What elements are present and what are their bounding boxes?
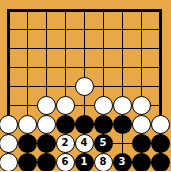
black-stone[interactable] — [151, 153, 170, 172]
white-stone[interactable] — [0, 115, 18, 134]
intersection-r4-c9[interactable] — [151, 58, 170, 77]
intersection-r8-c6[interactable]: 5 — [94, 134, 113, 153]
intersection-r1-c4[interactable] — [56, 1, 75, 20]
intersection-r9-c6[interactable]: 8 — [94, 153, 113, 172]
intersection-r9-c2[interactable] — [18, 153, 37, 172]
intersection-r5-c1[interactable] — [0, 77, 18, 96]
intersection-r7-c6[interactable] — [94, 115, 113, 134]
intersection-r3-c9[interactable] — [151, 39, 170, 58]
intersection-r3-c2[interactable] — [18, 39, 37, 58]
intersection-r1-c1[interactable] — [0, 1, 18, 20]
intersection-r4-c5[interactable] — [75, 58, 94, 77]
white-stone[interactable] — [18, 115, 37, 134]
intersection-r4-c2[interactable] — [18, 58, 37, 77]
black-stone[interactable] — [75, 115, 94, 134]
intersection-r1-c7[interactable] — [113, 1, 132, 20]
black-stone-move-3[interactable]: 3 — [113, 153, 132, 172]
white-stone[interactable] — [132, 96, 151, 115]
white-stone-move-6[interactable]: 6 — [56, 153, 75, 172]
intersection-r8-c9[interactable] — [151, 134, 170, 153]
intersection-r5-c7[interactable] — [113, 77, 132, 96]
intersection-r7-c1[interactable] — [0, 115, 18, 134]
go-board[interactable]: 2456183 — [0, 0, 171, 171]
intersection-r1-c6[interactable] — [94, 1, 113, 20]
intersection-r7-c9[interactable] — [151, 115, 170, 134]
intersection-r5-c9[interactable] — [151, 77, 170, 96]
white-stone-move-8[interactable]: 8 — [94, 153, 113, 172]
black-stone[interactable] — [56, 115, 75, 134]
intersection-r8-c1[interactable] — [0, 134, 18, 153]
intersection-r4-c3[interactable] — [37, 58, 56, 77]
intersection-r5-c3[interactable] — [37, 77, 56, 96]
intersection-r4-c8[interactable] — [132, 58, 151, 77]
white-stone-move-4[interactable]: 4 — [75, 134, 94, 153]
intersection-r6-c1[interactable] — [0, 96, 18, 115]
intersection-r6-c9[interactable] — [151, 96, 170, 115]
white-stone[interactable] — [0, 134, 18, 153]
intersection-r9-c9[interactable] — [151, 153, 170, 172]
white-stone[interactable] — [37, 96, 56, 115]
intersection-r3-c4[interactable] — [56, 39, 75, 58]
intersection-r2-c8[interactable] — [132, 20, 151, 39]
intersection-r9-c5[interactable]: 1 — [75, 153, 94, 172]
intersection-r5-c2[interactable] — [18, 77, 37, 96]
intersection-r3-c5[interactable] — [75, 39, 94, 58]
intersection-r1-c3[interactable] — [37, 1, 56, 20]
intersection-r8-c2[interactable] — [18, 134, 37, 153]
intersection-r4-c6[interactable] — [94, 58, 113, 77]
intersection-r6-c6[interactable] — [94, 96, 113, 115]
intersection-r9-c7[interactable]: 3 — [113, 153, 132, 172]
white-stone-move-2[interactable]: 2 — [56, 134, 75, 153]
white-stone[interactable] — [151, 115, 170, 134]
black-stone[interactable] — [132, 134, 151, 153]
intersection-r2-c3[interactable] — [37, 20, 56, 39]
intersection-r8-c7[interactable] — [113, 134, 132, 153]
intersection-r1-c5[interactable] — [75, 1, 94, 20]
black-stone[interactable] — [113, 115, 132, 134]
black-stone[interactable] — [151, 134, 170, 153]
intersection-r4-c7[interactable] — [113, 58, 132, 77]
intersection-r9-c8[interactable] — [132, 153, 151, 172]
white-stone[interactable] — [132, 115, 151, 134]
intersection-r5-c5[interactable] — [75, 77, 94, 96]
black-stone[interactable] — [18, 134, 37, 153]
white-stone[interactable] — [113, 96, 132, 115]
intersection-r2-c2[interactable] — [18, 20, 37, 39]
intersection-r2-c6[interactable] — [94, 20, 113, 39]
black-stone[interactable] — [132, 153, 151, 172]
black-stone[interactable] — [18, 153, 37, 172]
intersection-r1-c8[interactable] — [132, 1, 151, 20]
intersection-r6-c3[interactable] — [37, 96, 56, 115]
white-stone[interactable] — [94, 96, 113, 115]
intersection-r2-c7[interactable] — [113, 20, 132, 39]
intersection-r3-c1[interactable] — [0, 39, 18, 58]
intersection-r8-c3[interactable] — [37, 134, 56, 153]
white-stone[interactable] — [75, 77, 94, 96]
intersection-r2-c1[interactable] — [0, 20, 18, 39]
intersection-r6-c2[interactable] — [18, 96, 37, 115]
stones-layer: 2456183 — [0, 1, 170, 172]
intersection-r3-c3[interactable] — [37, 39, 56, 58]
intersection-r8-c8[interactable] — [132, 134, 151, 153]
intersection-r3-c6[interactable] — [94, 39, 113, 58]
intersection-r7-c8[interactable] — [132, 115, 151, 134]
intersection-r9-c1[interactable] — [0, 153, 18, 172]
black-stone[interactable] — [37, 134, 56, 153]
intersection-r7-c5[interactable] — [75, 115, 94, 134]
intersection-r2-c9[interactable] — [151, 20, 170, 39]
intersection-r2-c5[interactable] — [75, 20, 94, 39]
black-stone[interactable] — [37, 153, 56, 172]
intersection-r7-c3[interactable] — [37, 115, 56, 134]
intersection-r5-c4[interactable] — [56, 77, 75, 96]
black-stone-move-1[interactable]: 1 — [75, 153, 94, 172]
intersection-r3-c8[interactable] — [132, 39, 151, 58]
intersection-r9-c3[interactable] — [37, 153, 56, 172]
white-stone[interactable] — [0, 153, 18, 172]
black-stone-move-5[interactable]: 5 — [94, 134, 113, 153]
intersection-r1-c2[interactable] — [18, 1, 37, 20]
intersection-r6-c8[interactable] — [132, 96, 151, 115]
intersection-r5-c8[interactable] — [132, 77, 151, 96]
intersection-r6-c5[interactable] — [75, 96, 94, 115]
intersection-r8-c5[interactable]: 4 — [75, 134, 94, 153]
intersection-r6-c7[interactable] — [113, 96, 132, 115]
intersection-r4-c1[interactable] — [0, 58, 18, 77]
intersection-r7-c7[interactable] — [113, 115, 132, 134]
intersection-r9-c4[interactable]: 6 — [56, 153, 75, 172]
black-stone[interactable] — [94, 115, 113, 134]
intersection-r2-c4[interactable] — [56, 20, 75, 39]
intersection-r3-c7[interactable] — [113, 39, 132, 58]
intersection-r7-c4[interactable] — [56, 115, 75, 134]
intersection-r4-c4[interactable] — [56, 58, 75, 77]
intersection-r5-c6[interactable] — [94, 77, 113, 96]
white-stone[interactable] — [37, 115, 56, 134]
intersection-r6-c4[interactable] — [56, 96, 75, 115]
intersection-r8-c4[interactable]: 2 — [56, 134, 75, 153]
intersection-r1-c9[interactable] — [151, 1, 170, 20]
intersection-r7-c2[interactable] — [18, 115, 37, 134]
white-stone[interactable] — [56, 96, 75, 115]
